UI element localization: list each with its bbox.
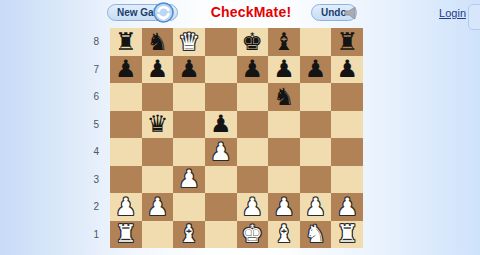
rank-labels: 87654321 <box>86 28 104 248</box>
rank-label-8: 8 <box>86 28 104 56</box>
square-e4[interactable] <box>237 138 269 166</box>
square-c4[interactable] <box>173 138 205 166</box>
square-c3[interactable]: ♟ <box>173 166 205 194</box>
square-a8[interactable]: ♜ <box>110 28 142 56</box>
square-g8[interactable] <box>300 28 332 56</box>
piece-wp[interactable]: ♟ <box>305 195 327 219</box>
square-b6[interactable] <box>142 83 174 111</box>
rank-label-4: 4 <box>86 138 104 166</box>
square-d3[interactable] <box>205 166 237 194</box>
square-d1[interactable] <box>205 221 237 249</box>
square-a6[interactable] <box>110 83 142 111</box>
piece-wp[interactable]: ♟ <box>242 195 264 219</box>
square-f2[interactable]: ♟ <box>268 193 300 221</box>
square-e3[interactable] <box>237 166 269 194</box>
square-f6[interactable]: ♞ <box>268 83 300 111</box>
square-h7[interactable]: ♟ <box>331 56 363 84</box>
square-h4[interactable] <box>331 138 363 166</box>
square-d4[interactable]: ♟ <box>205 138 237 166</box>
piece-wp[interactable]: ♟ <box>273 195 295 219</box>
piece-wp[interactable]: ♟ <box>178 167 200 191</box>
square-g3[interactable] <box>300 166 332 194</box>
square-h2[interactable]: ♟ <box>331 193 363 221</box>
piece-bp[interactable]: ♟ <box>305 57 327 81</box>
piece-wp[interactable]: ♟ <box>115 195 137 219</box>
piece-wp[interactable]: ♟ <box>147 195 169 219</box>
rank-label-1: 1 <box>86 221 104 249</box>
square-a1[interactable]: ♜ <box>110 221 142 249</box>
edge-widget <box>468 4 480 30</box>
square-f8[interactable]: ♝ <box>268 28 300 56</box>
piece-bk[interactable]: ♚ <box>242 30 264 54</box>
square-e7[interactable]: ♟ <box>237 56 269 84</box>
piece-bp[interactable]: ♟ <box>336 57 358 81</box>
rank-label-7: 7 <box>86 56 104 84</box>
rank-label-3: 3 <box>86 166 104 194</box>
app-window: New Game CheckMate! Undo Login 87654321 … <box>0 0 480 255</box>
square-b8[interactable]: ♞ <box>142 28 174 56</box>
square-g2[interactable]: ♟ <box>300 193 332 221</box>
square-d2[interactable] <box>205 193 237 221</box>
piece-wp[interactable]: ♟ <box>210 140 232 164</box>
square-b7[interactable]: ♟ <box>142 56 174 84</box>
piece-wr[interactable]: ♜ <box>336 222 358 246</box>
square-a3[interactable] <box>110 166 142 194</box>
piece-bp[interactable]: ♟ <box>147 57 169 81</box>
square-b2[interactable]: ♟ <box>142 193 174 221</box>
square-a5[interactable] <box>110 111 142 139</box>
square-b1[interactable] <box>142 221 174 249</box>
square-c2[interactable] <box>173 193 205 221</box>
square-g4[interactable] <box>300 138 332 166</box>
square-h6[interactable] <box>331 83 363 111</box>
square-g7[interactable]: ♟ <box>300 56 332 84</box>
rank-label-6: 6 <box>86 83 104 111</box>
square-h3[interactable] <box>331 166 363 194</box>
square-a7[interactable]: ♟ <box>110 56 142 84</box>
piece-bb[interactable]: ♝ <box>273 30 295 54</box>
piece-bq[interactable]: ♛ <box>147 112 169 136</box>
square-d6[interactable] <box>205 83 237 111</box>
square-f1[interactable]: ♝ <box>268 221 300 249</box>
square-d8[interactable] <box>205 28 237 56</box>
square-h1[interactable]: ♜ <box>331 221 363 249</box>
square-e1[interactable]: ♚ <box>237 221 269 249</box>
square-f7[interactable]: ♟ <box>268 56 300 84</box>
piece-wq[interactable]: ♛ <box>178 30 200 54</box>
page-title: CheckMate! <box>211 4 292 20</box>
square-c8[interactable]: ♛ <box>173 28 205 56</box>
piece-bp[interactable]: ♟ <box>115 57 137 81</box>
piece-br[interactable]: ♜ <box>115 30 137 54</box>
square-c5[interactable] <box>173 111 205 139</box>
piece-wr[interactable]: ♜ <box>115 222 137 246</box>
square-g5[interactable] <box>300 111 332 139</box>
square-g1[interactable]: ♞ <box>300 221 332 249</box>
square-d7[interactable] <box>205 56 237 84</box>
piece-wb[interactable]: ♝ <box>178 222 200 246</box>
piece-bp[interactable]: ♟ <box>273 57 295 81</box>
square-f3[interactable] <box>268 166 300 194</box>
piece-bp[interactable]: ♟ <box>210 112 232 136</box>
piece-wn[interactable]: ♞ <box>305 222 327 246</box>
flip-board-icon[interactable] <box>153 2 174 23</box>
square-a2[interactable]: ♟ <box>110 193 142 221</box>
piece-bp[interactable]: ♟ <box>242 57 264 81</box>
square-f5[interactable] <box>268 111 300 139</box>
square-e5[interactable] <box>237 111 269 139</box>
piece-bn[interactable]: ♞ <box>147 30 169 54</box>
square-g6[interactable] <box>300 83 332 111</box>
square-c1[interactable]: ♝ <box>173 221 205 249</box>
square-d5[interactable]: ♟ <box>205 111 237 139</box>
square-c6[interactable] <box>173 83 205 111</box>
login-link[interactable]: Login <box>439 7 466 19</box>
square-h5[interactable] <box>331 111 363 139</box>
square-b3[interactable] <box>142 166 174 194</box>
rank-label-5: 5 <box>86 111 104 139</box>
rank-label-2: 2 <box>86 193 104 221</box>
square-h8[interactable]: ♜ <box>331 28 363 56</box>
square-b5[interactable]: ♛ <box>142 111 174 139</box>
piece-br[interactable]: ♜ <box>336 30 358 54</box>
square-e2[interactable]: ♟ <box>237 193 269 221</box>
square-f4[interactable] <box>268 138 300 166</box>
square-e6[interactable] <box>237 83 269 111</box>
square-a4[interactable] <box>110 138 142 166</box>
piece-bp[interactable]: ♟ <box>178 57 200 81</box>
square-b4[interactable] <box>142 138 174 166</box>
piece-bn[interactable]: ♞ <box>273 85 295 109</box>
piece-wp[interactable]: ♟ <box>336 195 358 219</box>
square-e8[interactable]: ♚ <box>237 28 269 56</box>
chess-board[interactable]: ♜♞♛♚♝♜♟♟♟♟♟♟♟♞♛♟♟♟♟♟♟♟♟♟♜♝♚♝♞♜ <box>110 28 363 248</box>
square-c7[interactable]: ♟ <box>173 56 205 84</box>
speaker-muted-icon[interactable] <box>345 6 359 19</box>
piece-wk[interactable]: ♚ <box>242 222 264 246</box>
piece-wb[interactable]: ♝ <box>273 222 295 246</box>
